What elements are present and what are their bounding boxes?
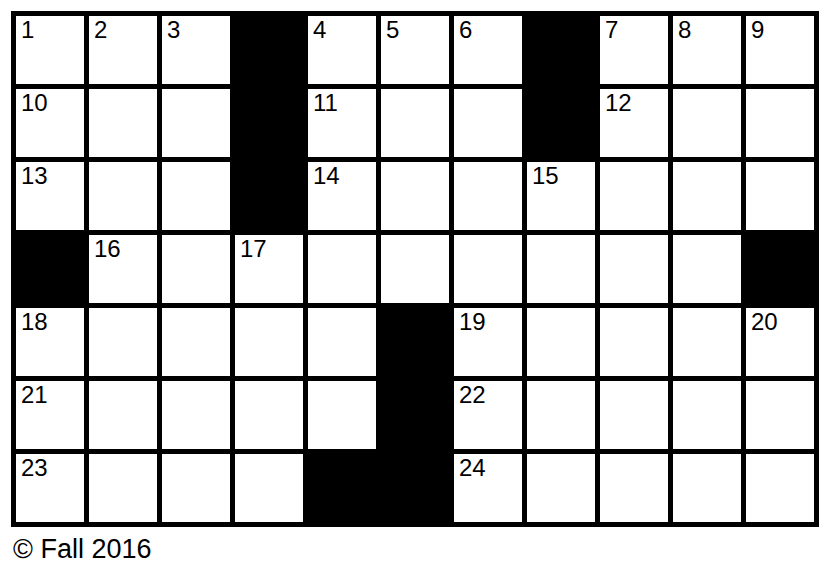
cell-r1c3[interactable]: 3 <box>162 16 230 84</box>
cell-r3c10[interactable] <box>673 162 741 230</box>
cell-r2c1[interactable]: 10 <box>16 89 84 157</box>
black-cell-r2c8 <box>527 89 595 157</box>
cell-r7c1[interactable]: 23 <box>16 454 84 522</box>
clue-number-9: 9 <box>751 17 764 42</box>
black-cell-r4c1 <box>16 235 84 303</box>
cell-r6c10[interactable] <box>673 381 741 449</box>
cell-r6c3[interactable] <box>162 381 230 449</box>
cell-r5c3[interactable] <box>162 308 230 376</box>
cell-r5c8[interactable] <box>527 308 595 376</box>
cell-r2c3[interactable] <box>162 89 230 157</box>
cell-r4c2[interactable]: 16 <box>89 235 157 303</box>
cell-r3c8[interactable]: 15 <box>527 162 595 230</box>
cell-r5c9[interactable] <box>600 308 668 376</box>
black-cell-r1c8 <box>527 16 595 84</box>
clue-number-12: 12 <box>605 90 632 115</box>
clue-number-8: 8 <box>678 17 691 42</box>
cell-r1c10[interactable]: 8 <box>673 16 741 84</box>
crossword-grid: 123456789101112131415161718192021222324 <box>11 11 819 527</box>
cell-r7c4[interactable] <box>235 454 303 522</box>
cell-r6c2[interactable] <box>89 381 157 449</box>
clue-number-21: 21 <box>21 382 48 407</box>
cell-r3c6[interactable] <box>381 162 449 230</box>
black-cell-r5c6 <box>381 308 449 376</box>
clue-number-5: 5 <box>386 17 399 42</box>
crossword-page: 123456789101112131415161718192021222324 … <box>0 0 834 573</box>
cell-r2c7[interactable] <box>454 89 522 157</box>
cell-r1c9[interactable]: 7 <box>600 16 668 84</box>
clue-number-24: 24 <box>459 455 486 480</box>
clue-number-2: 2 <box>94 17 107 42</box>
clue-number-10: 10 <box>21 90 48 115</box>
cell-r3c11[interactable] <box>746 162 814 230</box>
cell-r4c7[interactable] <box>454 235 522 303</box>
cell-r2c6[interactable] <box>381 89 449 157</box>
cell-r3c9[interactable] <box>600 162 668 230</box>
cell-r1c11[interactable]: 9 <box>746 16 814 84</box>
cell-r1c7[interactable]: 6 <box>454 16 522 84</box>
cell-r4c3[interactable] <box>162 235 230 303</box>
clue-number-19: 19 <box>459 309 486 334</box>
cell-r2c9[interactable]: 12 <box>600 89 668 157</box>
black-cell-r3c4 <box>235 162 303 230</box>
clue-number-16: 16 <box>94 236 121 261</box>
copyright-text: © Fall 2016 <box>13 534 151 565</box>
cell-r4c9[interactable] <box>600 235 668 303</box>
cell-r3c2[interactable] <box>89 162 157 230</box>
cell-r5c4[interactable] <box>235 308 303 376</box>
cell-r6c9[interactable] <box>600 381 668 449</box>
black-cell-r4c11 <box>746 235 814 303</box>
clue-number-15: 15 <box>532 163 559 188</box>
cell-r6c1[interactable]: 21 <box>16 381 84 449</box>
cell-r3c7[interactable] <box>454 162 522 230</box>
clue-number-7: 7 <box>605 17 618 42</box>
cell-r6c5[interactable] <box>308 381 376 449</box>
clue-number-13: 13 <box>21 163 48 188</box>
black-cell-r7c6 <box>381 454 449 522</box>
clue-number-22: 22 <box>459 382 486 407</box>
cell-r7c3[interactable] <box>162 454 230 522</box>
clue-number-3: 3 <box>167 17 180 42</box>
black-cell-r1c4 <box>235 16 303 84</box>
cell-r4c10[interactable] <box>673 235 741 303</box>
clue-number-11: 11 <box>313 90 338 115</box>
cell-r2c11[interactable] <box>746 89 814 157</box>
cell-r3c5[interactable]: 14 <box>308 162 376 230</box>
cell-r6c11[interactable] <box>746 381 814 449</box>
cell-r2c5[interactable]: 11 <box>308 89 376 157</box>
cell-r7c9[interactable] <box>600 454 668 522</box>
cell-r2c10[interactable] <box>673 89 741 157</box>
cell-r6c7[interactable]: 22 <box>454 381 522 449</box>
clue-number-4: 4 <box>313 17 326 42</box>
cell-r4c4[interactable]: 17 <box>235 235 303 303</box>
cell-r3c1[interactable]: 13 <box>16 162 84 230</box>
cell-r2c2[interactable] <box>89 89 157 157</box>
cell-r7c8[interactable] <box>527 454 595 522</box>
cell-r5c1[interactable]: 18 <box>16 308 84 376</box>
cell-r3c3[interactable] <box>162 162 230 230</box>
cell-r1c6[interactable]: 5 <box>381 16 449 84</box>
clue-number-17: 17 <box>240 236 267 261</box>
cell-r5c5[interactable] <box>308 308 376 376</box>
clue-number-1: 1 <box>21 17 34 42</box>
cell-r1c2[interactable]: 2 <box>89 16 157 84</box>
clue-number-23: 23 <box>21 455 48 480</box>
cell-r5c11[interactable]: 20 <box>746 308 814 376</box>
cell-r6c8[interactable] <box>527 381 595 449</box>
clue-number-6: 6 <box>459 17 472 42</box>
cell-r5c2[interactable] <box>89 308 157 376</box>
cell-r4c5[interactable] <box>308 235 376 303</box>
cell-r4c6[interactable] <box>381 235 449 303</box>
cell-r5c7[interactable]: 19 <box>454 308 522 376</box>
cell-r5c10[interactable] <box>673 308 741 376</box>
cell-r1c1[interactable]: 1 <box>16 16 84 84</box>
cell-r7c10[interactable] <box>673 454 741 522</box>
black-cell-r7c5 <box>308 454 376 522</box>
cell-r6c4[interactable] <box>235 381 303 449</box>
cell-r7c2[interactable] <box>89 454 157 522</box>
clue-number-18: 18 <box>21 309 48 334</box>
black-cell-r2c4 <box>235 89 303 157</box>
cell-r4c8[interactable] <box>527 235 595 303</box>
cell-r7c7[interactable]: 24 <box>454 454 522 522</box>
black-cell-r6c6 <box>381 381 449 449</box>
cell-r7c11[interactable] <box>746 454 814 522</box>
clue-number-14: 14 <box>313 163 340 188</box>
cell-r1c5[interactable]: 4 <box>308 16 376 84</box>
clue-number-20: 20 <box>751 309 778 334</box>
